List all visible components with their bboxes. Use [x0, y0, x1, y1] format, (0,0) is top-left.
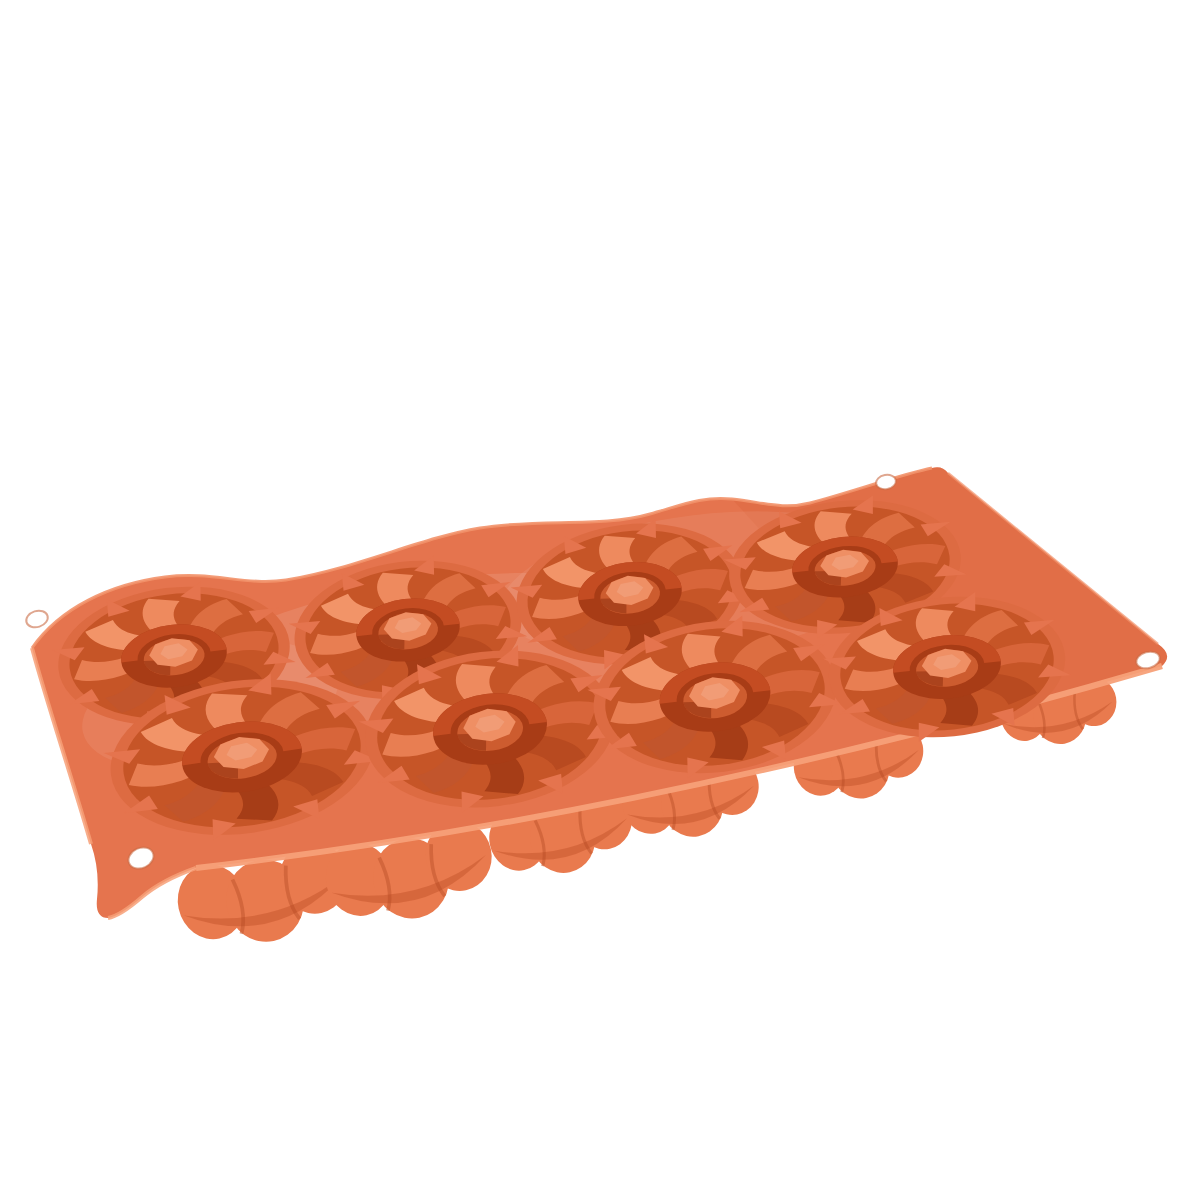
corner-hole-left [24, 608, 50, 630]
photo-stage: Orange silicone baking mold with 8 swirl… [0, 0, 1200, 1200]
product-photo: Orange silicone baking mold with 8 swirl… [0, 0, 1200, 1200]
silicone-mold-illustration: Orange silicone baking mold with 8 swirl… [0, 0, 1200, 1200]
